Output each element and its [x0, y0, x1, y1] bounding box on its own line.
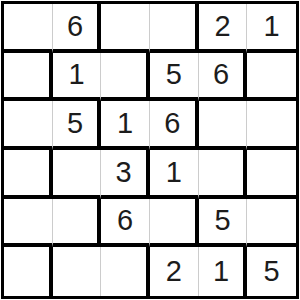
cell-r5c3[interactable]: 6 [101, 199, 150, 248]
cell-r3c5[interactable] [199, 101, 248, 150]
cell-r2c1[interactable] [4, 53, 53, 102]
cell-r3c6[interactable] [247, 101, 296, 150]
cell-r6c1[interactable] [4, 247, 53, 296]
cell-r4c2[interactable] [53, 150, 102, 199]
cell-r6c2[interactable] [53, 247, 102, 296]
cell-r5c5[interactable]: 5 [199, 199, 248, 248]
puzzle-page: 6211565163165215 [0, 0, 300, 300]
cell-r6c5[interactable]: 1 [199, 247, 248, 296]
cell-r1c2[interactable]: 6 [53, 4, 102, 53]
cell-r1c1[interactable] [4, 4, 53, 53]
cell-r2c2[interactable]: 1 [53, 53, 102, 102]
cell-r5c4[interactable] [150, 199, 199, 248]
cell-r2c5[interactable]: 6 [199, 53, 248, 102]
cell-r2c4[interactable]: 5 [150, 53, 199, 102]
cell-r1c4[interactable] [150, 4, 199, 53]
cell-r3c1[interactable] [4, 101, 53, 150]
cell-r4c1[interactable] [4, 150, 53, 199]
cell-r4c6[interactable] [247, 150, 296, 199]
cell-r3c2[interactable]: 5 [53, 101, 102, 150]
cell-r1c3[interactable] [101, 4, 150, 53]
cell-r2c6[interactable] [247, 53, 296, 102]
cell-r6c3[interactable] [101, 247, 150, 296]
cell-r4c3[interactable]: 3 [101, 150, 150, 199]
cell-r1c5[interactable]: 2 [199, 4, 248, 53]
cell-r3c4[interactable]: 6 [150, 101, 199, 150]
cell-r4c4[interactable]: 1 [150, 150, 199, 199]
cell-r2c3[interactable] [101, 53, 150, 102]
cell-r6c4[interactable]: 2 [150, 247, 199, 296]
cell-r6c6[interactable]: 5 [247, 247, 296, 296]
puzzle-board: 6211565163165215 [1, 1, 299, 299]
cell-r3c3[interactable]: 1 [101, 101, 150, 150]
cell-r5c1[interactable] [4, 199, 53, 248]
cell-r5c2[interactable] [53, 199, 102, 248]
cell-r1c6[interactable]: 1 [247, 4, 296, 53]
cell-r5c6[interactable] [247, 199, 296, 248]
cell-r4c5[interactable] [199, 150, 248, 199]
